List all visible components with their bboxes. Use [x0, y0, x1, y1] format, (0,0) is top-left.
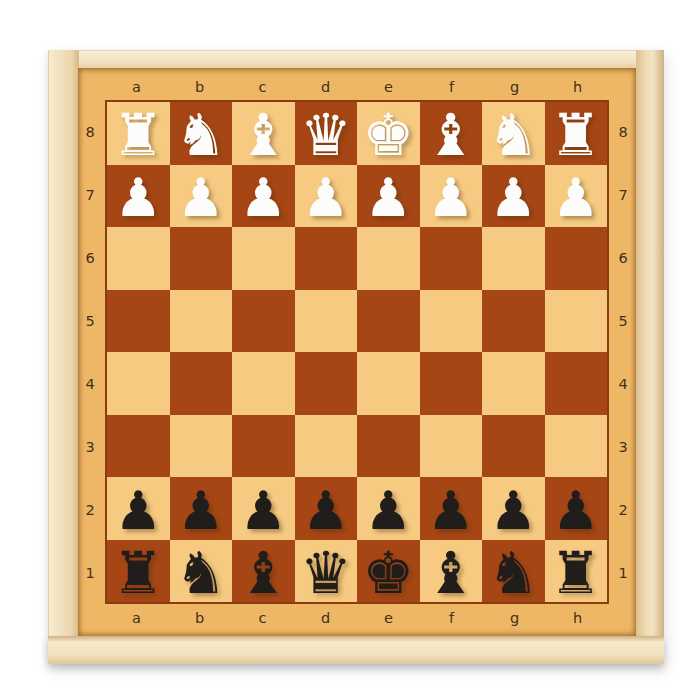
square-d8: ♛: [295, 102, 358, 165]
file-label-b: b: [168, 610, 231, 626]
square-e1: ♚: [357, 540, 420, 603]
square-b4: [170, 352, 233, 415]
square-b5: [170, 290, 233, 353]
black-pawn-piece: ♟: [114, 484, 162, 537]
file-label-f: f: [420, 79, 483, 95]
file-label-e: e: [357, 79, 420, 95]
square-g5: [482, 290, 545, 353]
black-pawn-piece: ♟: [302, 484, 350, 537]
white-pawn-piece: ♟: [177, 171, 225, 224]
square-g2: ♟: [482, 477, 545, 540]
demo-chess-board-photo: abcdefgh abcdefgh 87654321 87654321 ♜♞♝♛…: [0, 0, 700, 700]
square-g6: [482, 227, 545, 290]
black-pawn-piece: ♟: [239, 484, 287, 537]
file-label-c: c: [231, 79, 294, 95]
file-label-b: b: [168, 79, 231, 95]
rank-label-4: 4: [612, 352, 634, 415]
white-pawn-piece: ♟: [364, 171, 412, 224]
square-c6: [232, 227, 295, 290]
white-pawn-piece: ♟: [239, 171, 287, 224]
square-a4: [107, 352, 170, 415]
square-h6: [545, 227, 608, 290]
file-labels-bottom: abcdefgh: [105, 610, 609, 626]
black-rook-piece: ♜: [112, 544, 164, 602]
rank-label-3: 3: [612, 415, 634, 478]
file-label-c: c: [231, 610, 294, 626]
square-a6: [107, 227, 170, 290]
square-b3: [170, 415, 233, 478]
square-g4: [482, 352, 545, 415]
black-bishop-piece: ♝: [425, 544, 477, 602]
white-king-piece: ♚: [362, 106, 414, 164]
square-b6: [170, 227, 233, 290]
black-bishop-piece: ♝: [237, 544, 289, 602]
rank-label-8: 8: [79, 100, 101, 163]
file-labels-top: abcdefgh: [105, 79, 609, 95]
black-queen-piece: ♛: [300, 544, 352, 602]
square-f6: [420, 227, 483, 290]
white-pawn-piece: ♟: [427, 171, 475, 224]
file-label-h: h: [546, 79, 609, 95]
black-knight-piece: ♞: [175, 544, 227, 602]
rank-label-5: 5: [612, 289, 634, 352]
square-f2: ♟: [420, 477, 483, 540]
rank-label-1: 1: [79, 541, 101, 604]
square-d5: [295, 290, 358, 353]
file-label-d: d: [294, 79, 357, 95]
square-f4: [420, 352, 483, 415]
white-knight-piece: ♞: [487, 106, 539, 164]
square-g3: [482, 415, 545, 478]
square-a3: [107, 415, 170, 478]
square-d1: ♛: [295, 540, 358, 603]
rank-label-5: 5: [79, 289, 101, 352]
black-pawn-piece: ♟: [364, 484, 412, 537]
black-king-piece: ♚: [362, 544, 414, 602]
square-a5: [107, 290, 170, 353]
frame-rail-top: [48, 50, 664, 69]
file-label-g: g: [483, 610, 546, 626]
square-f7: ♟: [420, 165, 483, 228]
square-h4: [545, 352, 608, 415]
board-surface: abcdefgh abcdefgh 87654321 87654321 ♜♞♝♛…: [78, 68, 636, 636]
chess-grid: ♜♞♝♛♚♝♞♜♟♟♟♟♟♟♟♟♟♟♟♟♟♟♟♟♜♞♝♛♚♝♞♜: [105, 100, 609, 604]
square-d4: [295, 352, 358, 415]
square-f5: [420, 290, 483, 353]
frame-ledge-bottom: [48, 636, 664, 664]
white-pawn-piece: ♟: [302, 171, 350, 224]
square-e3: [357, 415, 420, 478]
file-label-e: e: [357, 610, 420, 626]
square-g7: ♟: [482, 165, 545, 228]
white-pawn-piece: ♟: [552, 171, 600, 224]
square-c5: [232, 290, 295, 353]
square-b1: ♞: [170, 540, 233, 603]
square-d7: ♟: [295, 165, 358, 228]
rank-label-2: 2: [79, 478, 101, 541]
square-f3: [420, 415, 483, 478]
square-h5: [545, 290, 608, 353]
square-c8: ♝: [232, 102, 295, 165]
white-rook-piece: ♜: [112, 106, 164, 164]
rank-label-1: 1: [612, 541, 634, 604]
square-b7: ♟: [170, 165, 233, 228]
white-queen-piece: ♛: [300, 106, 352, 164]
file-label-d: d: [294, 610, 357, 626]
frame-rail-right: [636, 50, 664, 664]
black-pawn-piece: ♟: [427, 484, 475, 537]
rank-labels-right: 87654321: [612, 100, 634, 604]
square-a8: ♜: [107, 102, 170, 165]
square-c4: [232, 352, 295, 415]
square-a1: ♜: [107, 540, 170, 603]
square-c2: ♟: [232, 477, 295, 540]
square-d6: [295, 227, 358, 290]
rank-label-3: 3: [79, 415, 101, 478]
rank-label-4: 4: [79, 352, 101, 415]
square-g1: ♞: [482, 540, 545, 603]
square-e4: [357, 352, 420, 415]
square-b2: ♟: [170, 477, 233, 540]
square-a7: ♟: [107, 165, 170, 228]
file-label-f: f: [420, 610, 483, 626]
file-label-a: a: [105, 79, 168, 95]
square-a2: ♟: [107, 477, 170, 540]
rank-label-7: 7: [612, 163, 634, 226]
square-e7: ♟: [357, 165, 420, 228]
file-label-h: h: [546, 610, 609, 626]
white-rook-piece: ♜: [550, 106, 602, 164]
square-h7: ♟: [545, 165, 608, 228]
wooden-frame: abcdefgh abcdefgh 87654321 87654321 ♜♞♝♛…: [48, 50, 664, 664]
rank-labels-left: 87654321: [79, 100, 101, 604]
white-bishop-piece: ♝: [237, 106, 289, 164]
square-e6: [357, 227, 420, 290]
black-knight-piece: ♞: [487, 544, 539, 602]
square-f8: ♝: [420, 102, 483, 165]
square-c3: [232, 415, 295, 478]
square-h2: ♟: [545, 477, 608, 540]
square-c1: ♝: [232, 540, 295, 603]
square-b8: ♞: [170, 102, 233, 165]
file-label-a: a: [105, 610, 168, 626]
square-h3: [545, 415, 608, 478]
square-d3: [295, 415, 358, 478]
square-h1: ♜: [545, 540, 608, 603]
rank-label-6: 6: [612, 226, 634, 289]
white-pawn-piece: ♟: [114, 171, 162, 224]
rank-label-7: 7: [79, 163, 101, 226]
black-pawn-piece: ♟: [489, 484, 537, 537]
square-d2: ♟: [295, 477, 358, 540]
black-rook-piece: ♜: [550, 544, 602, 602]
white-pawn-piece: ♟: [489, 171, 537, 224]
black-pawn-piece: ♟: [552, 484, 600, 537]
square-e2: ♟: [357, 477, 420, 540]
white-knight-piece: ♞: [175, 106, 227, 164]
square-g8: ♞: [482, 102, 545, 165]
file-label-g: g: [483, 79, 546, 95]
square-h8: ♜: [545, 102, 608, 165]
white-bishop-piece: ♝: [425, 106, 477, 164]
rank-label-2: 2: [612, 478, 634, 541]
square-f1: ♝: [420, 540, 483, 603]
black-pawn-piece: ♟: [177, 484, 225, 537]
rank-label-6: 6: [79, 226, 101, 289]
square-e8: ♚: [357, 102, 420, 165]
square-e5: [357, 290, 420, 353]
square-c7: ♟: [232, 165, 295, 228]
rank-label-8: 8: [612, 100, 634, 163]
frame-rail-left: [48, 50, 79, 664]
